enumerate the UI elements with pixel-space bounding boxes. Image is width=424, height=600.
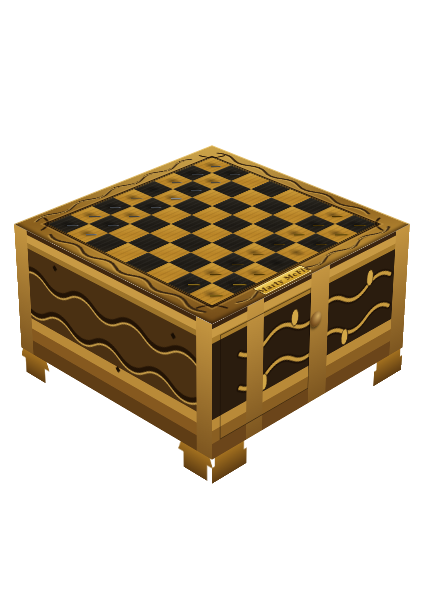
pawn-icon: ♟ bbox=[71, 210, 100, 238]
chess-set-scene: ♜♟♟♜♞♟♟♞♝♟♟♝♛♟♟♛♚♟♟♚♝♟♟♝♞♟♟♞♜♟♟♜ Marty M… bbox=[0, 0, 424, 600]
product-photo: ♜♟♟♜♞♟♟♞♝♟♟♝♛♟♟♛♚♟♟♚♝♟♟♝♞♟♟♞♜♟♟♜ Marty M… bbox=[0, 0, 424, 600]
rook-icon: ♜ bbox=[191, 263, 228, 298]
corner-post bbox=[196, 316, 212, 459]
square-d5[interactable] bbox=[192, 206, 233, 224]
